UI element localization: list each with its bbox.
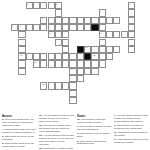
grid-cell[interactable] [40, 2, 47, 9]
grid-cell[interactable] [106, 53, 113, 60]
clue-item: 7. You can always count on this teacher … [114, 114, 149, 123]
grid-cell[interactable] [69, 82, 76, 89]
clue-number: 12 [93, 54, 95, 56]
grid-cell[interactable] [77, 60, 84, 67]
clue-number: 14 [71, 68, 73, 70]
grid-cell[interactable] [84, 24, 91, 31]
grid-cell[interactable] [91, 60, 98, 67]
grid-cell[interactable] [55, 82, 62, 89]
grid-cell[interactable] [99, 46, 106, 53]
clue-item-text: This teacher's dad is the vice principal… [2, 128, 35, 134]
clue-item-text: This teacher helps keep the school libra… [2, 142, 34, 148]
grid-cell[interactable] [99, 39, 106, 46]
clue-number: 10 [85, 46, 87, 48]
clue-item-text: This teacher doesn't leave the school un… [39, 124, 71, 133]
grid-cell[interactable] [99, 24, 106, 31]
grid-cell[interactable] [55, 53, 62, 60]
grid-cell[interactable] [69, 53, 76, 60]
clue-item: 15. This teacher is always ready with a … [39, 147, 74, 150]
grid-cell[interactable] [48, 60, 55, 67]
clue-item: 13. You can always count on this teacher… [39, 134, 74, 146]
clue-item-text: This teacher is known to have the best h… [77, 125, 111, 131]
clue-item: 9. This teacher is known for being quite… [114, 124, 149, 130]
grid-cell[interactable] [62, 53, 69, 60]
clue-number: 4 [100, 10, 101, 12]
grid-cell[interactable] [128, 39, 135, 46]
grid-cell[interactable]: 15 [40, 82, 47, 89]
clue-item-text: This teacher is the tallest of the schoo… [114, 131, 147, 137]
black-cell [84, 53, 91, 60]
clue-column-1: Across:2. Who is the bookkeeper you have… [2, 114, 37, 150]
clue-item: 2. Who is the bookkeeper you have to tha… [2, 118, 37, 127]
grid-cell[interactable] [69, 90, 76, 97]
grid-cell[interactable] [84, 68, 91, 75]
grid-cell[interactable] [40, 24, 47, 31]
grid-cell[interactable] [40, 60, 47, 67]
clue-item-text: Who is the bookkeeper you have to thank … [2, 118, 34, 127]
grid-cell[interactable] [128, 9, 135, 16]
grid-cell[interactable]: 9 [99, 31, 106, 38]
grid-cell[interactable] [69, 17, 76, 24]
clue-number: 11 [20, 54, 22, 56]
grid-cell[interactable] [55, 39, 62, 46]
grid-cell[interactable] [62, 60, 69, 67]
grid-cell[interactable]: 10 [84, 46, 91, 53]
grid-cell[interactable] [91, 68, 98, 75]
clue-item-text: You can always count on this teacher to … [39, 114, 74, 123]
grid-cell[interactable] [55, 17, 62, 24]
clue-item-text: This teacher is known for being quite th… [114, 124, 143, 130]
clue-item-text: This teacher has been at the school the … [114, 138, 148, 144]
crossword-page: 123456789101112131415 Across:2. Who is t… [0, 0, 150, 150]
grid-cell[interactable] [91, 17, 98, 24]
grid-cell[interactable] [99, 60, 106, 67]
clue-item-text: This teacher is also the school's music … [77, 118, 106, 124]
grid-cell[interactable] [40, 53, 47, 60]
clue-number: 7 [20, 25, 21, 27]
clue-number: 1 [27, 3, 28, 5]
clue-item: 4. This teacher's dad is the vice princi… [2, 128, 37, 134]
grid-cell[interactable]: 1 [26, 2, 33, 9]
grid-cell[interactable]: 6 [11, 24, 18, 31]
clue-item: 3. This teacher runs the school band [77, 132, 112, 138]
grid-cell[interactable] [77, 24, 84, 31]
grid-cell[interactable] [62, 46, 69, 53]
clue-number: 9 [100, 32, 101, 34]
grid-cell[interactable] [33, 24, 40, 31]
clue-item: 14. This teacher has been at the school … [114, 138, 149, 144]
grid-cell[interactable] [48, 17, 55, 24]
grid-cell[interactable] [69, 60, 76, 67]
grid-cell[interactable] [26, 24, 33, 31]
grid-cell[interactable] [113, 46, 120, 53]
clue-number: 2 [56, 3, 57, 5]
clue-item: 10. You can always count on this teacher… [39, 114, 74, 123]
grid-cell[interactable] [48, 24, 55, 31]
clue-item-text: This teacher is always ready with a stor… [39, 147, 73, 150]
grid-cell[interactable]: 8 [48, 31, 55, 38]
clue-item-text: This janitor will never let the dust set… [2, 135, 34, 141]
grid-cell[interactable] [62, 39, 69, 46]
grid-cell[interactable] [18, 46, 25, 53]
grid-cell[interactable] [128, 24, 135, 31]
grid-cell[interactable] [18, 60, 25, 67]
grid-cell[interactable] [106, 46, 113, 53]
clue-item: 12. This teacher doesn't leave the schoo… [39, 124, 74, 133]
grid-cell[interactable] [113, 17, 120, 24]
clue-item: 8. This teacher helps keep the school li… [2, 142, 37, 148]
grid-cell[interactable] [84, 60, 91, 67]
grid-cell[interactable] [18, 68, 25, 75]
clue-column-4: 7. You can always count on this teacher … [114, 114, 149, 146]
clue-item: 5. This teacher coaches the basketball t… [77, 140, 112, 146]
grid-cell[interactable] [48, 2, 55, 9]
grid-cell[interactable] [91, 46, 98, 53]
grid-cell[interactable] [26, 53, 33, 60]
clue-number: 6 [12, 25, 13, 27]
clue-item-text: This teacher coaches the basketball team [77, 139, 106, 145]
grid-cell[interactable] [128, 31, 135, 38]
grid-cell[interactable] [77, 17, 84, 24]
grid-cell[interactable] [48, 82, 55, 89]
grid-cell[interactable]: 11 [18, 53, 25, 60]
grid-cell[interactable]: 12 [91, 53, 98, 60]
grid-cell[interactable] [55, 24, 62, 31]
grid-cell[interactable]: 5 [40, 17, 47, 24]
clue-column-3: Down:16. This teacher is also the school… [77, 114, 112, 147]
grid-cell[interactable] [77, 75, 84, 82]
grid-cell[interactable] [99, 17, 106, 24]
grid-cell[interactable] [106, 17, 113, 24]
grid-cell[interactable]: 14 [69, 68, 76, 75]
clue-number: 5 [42, 17, 43, 19]
clue-item-text: You can always count on this teacher for… [114, 114, 147, 123]
grid-cell[interactable]: 2 [55, 2, 62, 9]
grid-cell[interactable] [48, 53, 55, 60]
grid-cell[interactable] [77, 53, 84, 60]
grid-cell[interactable] [55, 60, 62, 67]
grid-cell[interactable] [69, 97, 76, 104]
grid-cell[interactable] [18, 39, 25, 46]
grid-cell[interactable] [99, 53, 106, 60]
grid-cell[interactable] [33, 2, 40, 9]
clue-item: 6. This janitor will never let the dust … [2, 135, 37, 141]
grid-cell[interactable] [62, 24, 69, 31]
clue-item: 1. This teacher is known to have the bes… [77, 125, 112, 131]
clue-number: 13 [34, 61, 36, 63]
grid-cell[interactable] [55, 31, 62, 38]
grid-cell[interactable] [62, 82, 69, 89]
grid-cell[interactable] [128, 46, 135, 53]
grid-cell[interactable] [55, 9, 62, 16]
grid-cell[interactable] [69, 75, 76, 82]
clue-number: 15 [42, 83, 44, 85]
grid-cell[interactable] [106, 31, 113, 38]
clue-item: 16. This teacher is also the school's mu… [77, 118, 112, 124]
grid-cell[interactable] [113, 31, 120, 38]
grid-cell[interactable]: 4 [99, 9, 106, 16]
grid-cell[interactable] [121, 31, 128, 38]
grid-cell[interactable]: 7 [18, 24, 25, 31]
clue-item-text: This teacher runs the school band [77, 132, 110, 138]
clue-number: 8 [49, 32, 50, 34]
clue-item: 11. This teacher is the tallest of the s… [114, 131, 149, 137]
grid-cell[interactable]: 3 [128, 2, 135, 9]
grid-cell[interactable] [18, 31, 25, 38]
grid-cell[interactable] [62, 17, 69, 24]
black-cell [77, 46, 84, 53]
grid-cell[interactable]: 13 [33, 60, 40, 67]
black-cell [91, 24, 98, 31]
clue-number: 3 [129, 3, 130, 5]
grid-cell[interactable] [84, 17, 91, 24]
grid-cell[interactable] [33, 53, 40, 60]
grid-cell[interactable] [69, 24, 76, 31]
grid-cell[interactable] [77, 68, 84, 75]
grid-cell[interactable] [128, 17, 135, 24]
clue-column-2: 10. You can always count on this teacher… [39, 114, 74, 150]
grid-cell[interactable] [62, 31, 69, 38]
clue-item-text: You can always count on this teacher to … [39, 134, 74, 146]
